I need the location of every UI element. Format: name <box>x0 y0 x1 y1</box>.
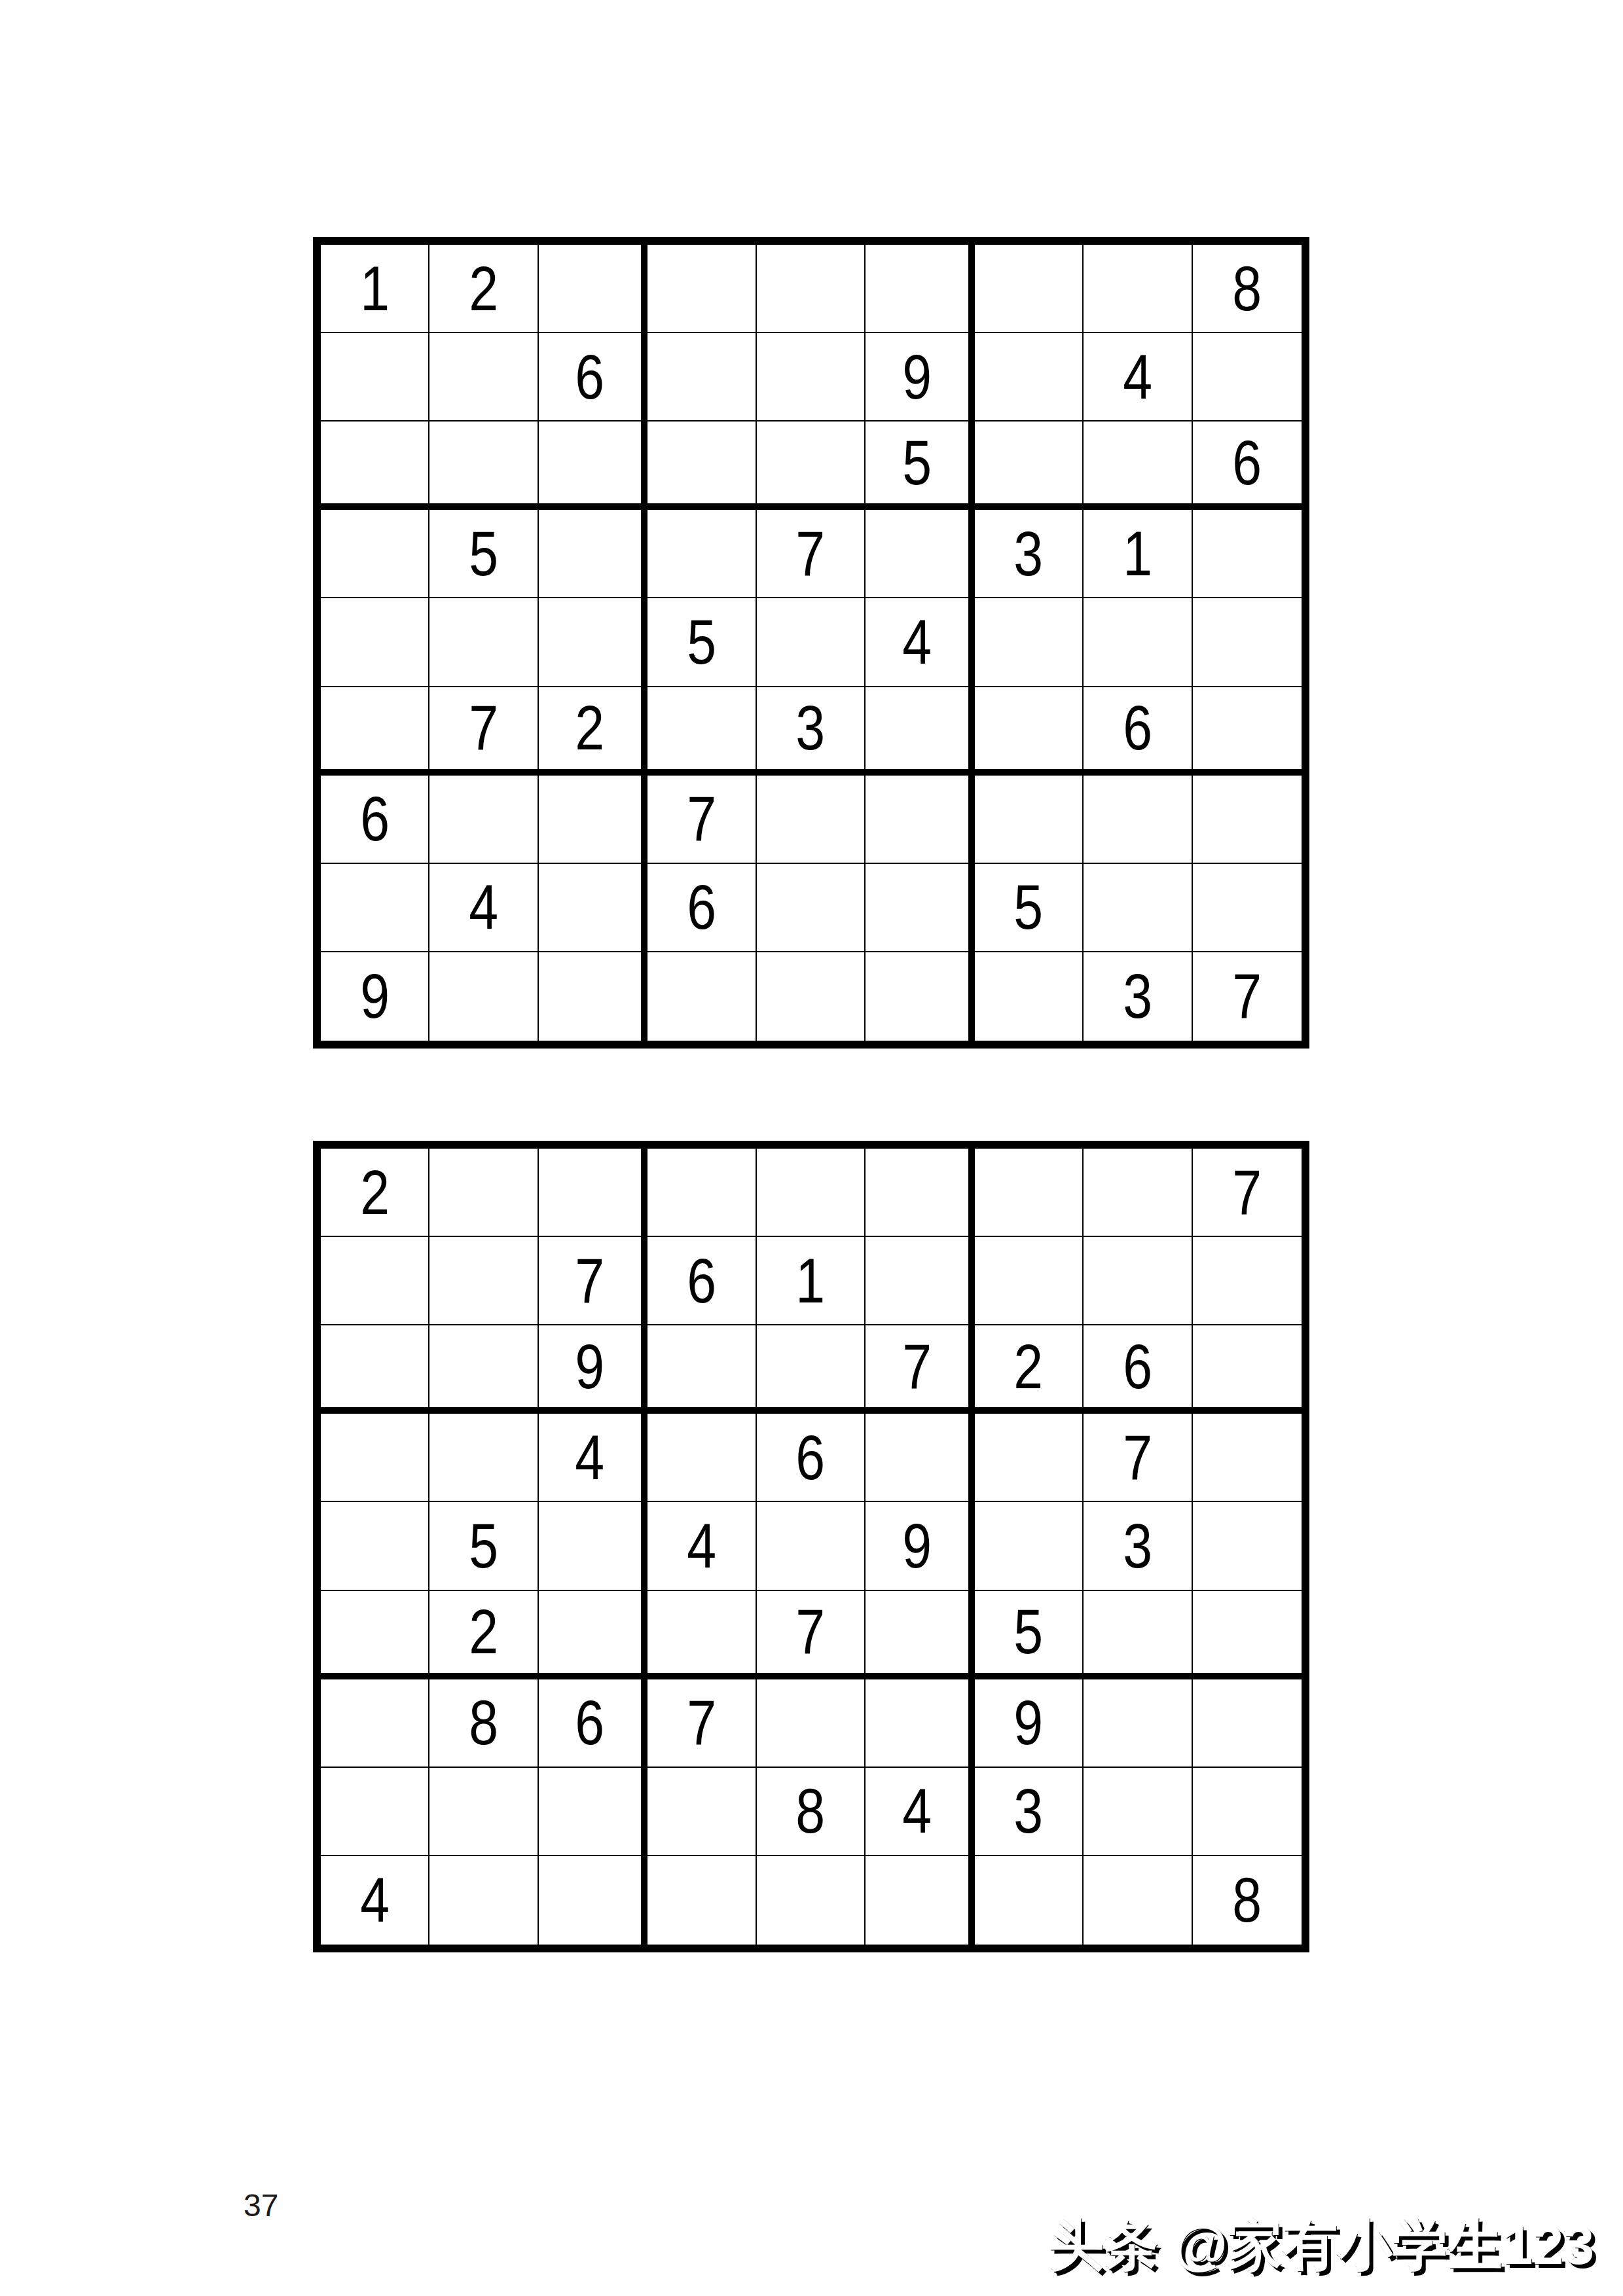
sudoku-cell-r7c9 <box>1193 1679 1302 1768</box>
given-digit: 7 <box>687 1691 716 1754</box>
sudoku-cell-r8c6 <box>866 864 974 952</box>
sudoku-cell-r6c2: 7 <box>429 687 538 776</box>
sudoku-cell-r1c6 <box>866 245 974 333</box>
given-digit: 2 <box>575 696 605 759</box>
sudoku-cell-r1c2 <box>429 1149 538 1237</box>
sudoku-cell-r4c5: 6 <box>757 1414 866 1502</box>
sudoku-cell-r1c9: 7 <box>1193 1149 1302 1237</box>
sudoku-cell-r5c3 <box>539 598 647 687</box>
sudoku-cell-r6c8: 6 <box>1084 687 1192 776</box>
sudoku-cell-r5c1 <box>321 598 429 687</box>
sudoku-cell-r6c7: 5 <box>975 1591 1084 1679</box>
sudoku-cell-r1c3 <box>539 245 647 333</box>
given-digit: 7 <box>687 787 716 850</box>
sudoku-cell-r2c6 <box>866 1237 974 1325</box>
watermark-text: 头条 @家有小学生123 <box>1049 2215 1594 2275</box>
sudoku-cell-r1c4 <box>647 1149 756 1237</box>
sudoku-cell-r7c5 <box>757 776 866 864</box>
given-digit: 6 <box>1123 1335 1152 1398</box>
sudoku-cell-r4c2 <box>429 1414 538 1502</box>
sudoku-cell-r3c7 <box>975 422 1084 510</box>
sudoku-cell-r3c7: 2 <box>975 1325 1084 1414</box>
sudoku-cell-r2c2 <box>429 333 538 422</box>
sudoku-cell-r1c6 <box>866 1149 974 1237</box>
sudoku-cell-r2c3: 6 <box>539 333 647 422</box>
sudoku-cell-r8c3 <box>539 864 647 952</box>
sudoku-cell-r4c7: 3 <box>975 510 1084 598</box>
sudoku-cell-r2c9 <box>1193 333 1302 422</box>
sudoku-cell-r4c1 <box>321 1414 429 1502</box>
sudoku-cell-r7c3: 6 <box>539 1679 647 1768</box>
sudoku-cell-r2c7 <box>975 1237 1084 1325</box>
given-digit: 5 <box>902 431 932 494</box>
sudoku-cell-r9c2 <box>429 1856 538 1945</box>
sudoku-cell-r4c2: 5 <box>429 510 538 598</box>
sudoku-cell-r6c9 <box>1193 687 1302 776</box>
sudoku-cell-r6c8 <box>1084 1591 1192 1679</box>
sudoku-cell-r9c7 <box>975 1856 1084 1945</box>
given-digit: 7 <box>1232 1161 1262 1224</box>
sudoku-cell-r7c5 <box>757 1679 866 1768</box>
given-digit: 8 <box>796 1780 826 1842</box>
sudoku-cell-r7c1: 6 <box>321 776 429 864</box>
given-digit: 8 <box>1232 1869 1262 1931</box>
sudoku-cell-r7c8 <box>1084 776 1192 864</box>
sudoku-cell-r1c7 <box>975 1149 1084 1237</box>
sudoku-cell-r2c6: 9 <box>866 333 974 422</box>
given-digit: 9 <box>902 346 932 408</box>
sudoku-cell-r6c5: 7 <box>757 1591 866 1679</box>
given-digit: 5 <box>687 611 716 673</box>
sudoku-cell-r5c8 <box>1084 598 1192 687</box>
sudoku-cell-r8c5 <box>757 864 866 952</box>
given-digit: 6 <box>575 1691 605 1754</box>
sudoku-cell-r3c5 <box>757 422 866 510</box>
sudoku-cell-r3c9: 6 <box>1193 422 1302 510</box>
given-digit: 1 <box>796 1249 826 1312</box>
sudoku-cell-r3c1 <box>321 1325 429 1414</box>
page-number: 37 <box>244 2187 278 2223</box>
sudoku-cell-r3c4 <box>647 422 756 510</box>
sudoku-cell-r3c3: 9 <box>539 1325 647 1414</box>
given-digit: 4 <box>360 1869 390 1931</box>
sudoku-cell-r1c4 <box>647 245 756 333</box>
sudoku-cell-r9c9: 7 <box>1193 952 1302 1041</box>
sudoku-cell-r9c2 <box>429 952 538 1041</box>
sudoku-cell-r3c4 <box>647 1325 756 1414</box>
sudoku-cell-r1c2: 2 <box>429 245 538 333</box>
sudoku-cell-r3c8 <box>1084 422 1192 510</box>
given-digit: 1 <box>360 257 390 320</box>
sudoku-cell-r8c6: 4 <box>866 1768 974 1856</box>
sudoku-cell-r8c4: 6 <box>647 864 756 952</box>
sudoku-cell-r2c1 <box>321 333 429 422</box>
sudoku-cell-r2c8: 4 <box>1084 333 1192 422</box>
sudoku-cell-r8c1 <box>321 1768 429 1856</box>
sudoku-cell-r2c3: 7 <box>539 1237 647 1325</box>
given-digit: 4 <box>687 1515 716 1577</box>
given-digit: 6 <box>360 787 390 850</box>
sudoku-cell-r1c5 <box>757 1149 866 1237</box>
sudoku-cell-r1c5 <box>757 245 866 333</box>
sudoku-cell-r8c5: 8 <box>757 1768 866 1856</box>
given-digit: 6 <box>687 876 716 939</box>
sudoku-cell-r9c8: 3 <box>1084 952 1192 1041</box>
sudoku-cell-r5c5 <box>757 598 866 687</box>
given-digit: 8 <box>469 1691 498 1754</box>
sudoku-cell-r4c4 <box>647 1414 756 1502</box>
sudoku-cell-r1c9: 8 <box>1193 245 1302 333</box>
sudoku-cell-r4c9 <box>1193 1414 1302 1502</box>
sudoku-cell-r4c7 <box>975 1414 1084 1502</box>
given-digit: 4 <box>1123 346 1152 408</box>
sudoku-cell-r6c3: 2 <box>539 687 647 776</box>
given-digit: 5 <box>1013 876 1043 939</box>
sudoku-cell-r6c6 <box>866 1591 974 1679</box>
given-digit: 6 <box>687 1249 716 1312</box>
sudoku-cell-r7c2: 8 <box>429 1679 538 1768</box>
given-digit: 4 <box>575 1426 605 1489</box>
sudoku-cell-r3c2 <box>429 1325 538 1414</box>
sudoku-cell-r8c9 <box>1193 864 1302 952</box>
given-digit: 3 <box>1123 965 1152 1028</box>
sudoku-cell-r9c5 <box>757 1856 866 1945</box>
sudoku-cell-r8c1 <box>321 864 429 952</box>
sudoku-cell-r5c2 <box>429 598 538 687</box>
given-digit: 3 <box>1013 522 1043 585</box>
sudoku-grid-bottom: 2776197264675493275867984348 <box>313 1141 1309 1952</box>
given-digit: 8 <box>1232 257 1262 320</box>
given-digit: 7 <box>575 1249 605 1312</box>
sudoku-cell-r7c7 <box>975 776 1084 864</box>
sudoku-cell-r3c6: 7 <box>866 1325 974 1414</box>
sudoku-cell-r6c7 <box>975 687 1084 776</box>
sudoku-cell-r1c7 <box>975 245 1084 333</box>
given-digit: 3 <box>1013 1780 1043 1842</box>
sudoku-cell-r6c4 <box>647 1591 756 1679</box>
sudoku-cell-r5c8: 3 <box>1084 1502 1192 1590</box>
given-digit: 9 <box>1013 1691 1043 1754</box>
sudoku-cell-r8c8 <box>1084 864 1192 952</box>
sudoku-cell-r8c4 <box>647 1768 756 1856</box>
sudoku-cell-r4c1 <box>321 510 429 598</box>
given-digit: 4 <box>902 1780 932 1842</box>
sudoku-cell-r5c7 <box>975 1502 1084 1590</box>
sudoku-cell-r4c9 <box>1193 510 1302 598</box>
sudoku-cell-r2c7 <box>975 333 1084 422</box>
sudoku-cell-r2c1 <box>321 1237 429 1325</box>
sudoku-cell-r1c3 <box>539 1149 647 1237</box>
given-digit: 7 <box>796 1600 826 1663</box>
sudoku-cell-r5c6: 4 <box>866 598 974 687</box>
sudoku-cell-r1c8 <box>1084 1149 1192 1237</box>
sudoku-cell-r6c5: 3 <box>757 687 866 776</box>
sudoku-cell-r7c6 <box>866 776 974 864</box>
sudoku-cell-r9c6 <box>866 952 974 1041</box>
sudoku-cell-r9c1: 4 <box>321 1856 429 1945</box>
sudoku-cell-r3c2 <box>429 422 538 510</box>
given-digit: 2 <box>469 257 498 320</box>
given-digit: 5 <box>469 1515 498 1577</box>
given-digit: 5 <box>1013 1600 1043 1663</box>
sudoku-cell-r7c8 <box>1084 1679 1192 1768</box>
sudoku-cell-r9c1: 9 <box>321 952 429 1041</box>
sudoku-cell-r9c6 <box>866 1856 974 1945</box>
given-digit: 9 <box>902 1515 932 1577</box>
sudoku-cell-r9c4 <box>647 1856 756 1945</box>
sudoku-cell-r1c1: 2 <box>321 1149 429 1237</box>
sudoku-cell-r5c4: 4 <box>647 1502 756 1590</box>
sudoku-cell-r4c8: 7 <box>1084 1414 1192 1502</box>
sudoku-cell-r5c1 <box>321 1502 429 1590</box>
sudoku-cell-r2c5 <box>757 333 866 422</box>
sudoku-cell-r7c3 <box>539 776 647 864</box>
sudoku-cell-r9c3 <box>539 952 647 1041</box>
sudoku-cell-r9c7 <box>975 952 1084 1041</box>
given-digit: 9 <box>575 1335 605 1398</box>
sudoku-cell-r6c6 <box>866 687 974 776</box>
sudoku-cell-r8c8 <box>1084 1768 1192 1856</box>
given-digit: 7 <box>796 522 826 585</box>
sudoku-cell-r4c3: 4 <box>539 1414 647 1502</box>
sudoku-grid-top: 12869456573154723667465937 <box>313 237 1309 1049</box>
sudoku-cell-r3c8: 6 <box>1084 1325 1192 1414</box>
sudoku-cell-r7c4: 7 <box>647 1679 756 1768</box>
sudoku-cell-r1c1: 1 <box>321 245 429 333</box>
sudoku-cell-r9c9: 8 <box>1193 1856 1302 1945</box>
given-digit: 9 <box>360 965 390 1028</box>
given-digit: 3 <box>796 696 826 759</box>
sudoku-cell-r8c2: 4 <box>429 864 538 952</box>
sudoku-cell-r4c4 <box>647 510 756 598</box>
sudoku-cell-r1c8 <box>1084 245 1192 333</box>
sudoku-cell-r6c1 <box>321 1591 429 1679</box>
sudoku-cell-r5c7 <box>975 598 1084 687</box>
sudoku-cell-r7c7: 9 <box>975 1679 1084 1768</box>
sudoku-cell-r2c4: 6 <box>647 1237 756 1325</box>
sudoku-cell-r2c9 <box>1193 1237 1302 1325</box>
sudoku-cell-r4c6 <box>866 1414 974 1502</box>
sudoku-cell-r7c9 <box>1193 776 1302 864</box>
given-digit: 3 <box>1123 1515 1152 1577</box>
given-digit: 1 <box>1123 522 1152 585</box>
sudoku-cell-r9c5 <box>757 952 866 1041</box>
sudoku-cell-r2c8 <box>1084 1237 1192 1325</box>
sudoku-cell-r2c2 <box>429 1237 538 1325</box>
sudoku-cell-r3c9 <box>1193 1325 1302 1414</box>
given-digit: 6 <box>1123 696 1152 759</box>
sudoku-cell-r3c3 <box>539 422 647 510</box>
given-digit: 5 <box>469 522 498 585</box>
sudoku-cell-r8c7: 3 <box>975 1768 1084 1856</box>
given-digit: 2 <box>1013 1335 1043 1398</box>
sudoku-cell-r3c6: 5 <box>866 422 974 510</box>
sudoku-cell-r5c9 <box>1193 598 1302 687</box>
given-digit: 6 <box>575 346 605 408</box>
given-digit: 2 <box>469 1600 498 1663</box>
given-digit: 4 <box>469 876 498 939</box>
sudoku-cell-r2c4 <box>647 333 756 422</box>
sudoku-cell-r2c5: 1 <box>757 1237 866 1325</box>
sudoku-cell-r8c2 <box>429 1768 538 1856</box>
sudoku-cell-r8c3 <box>539 1768 647 1856</box>
given-digit: 2 <box>360 1161 390 1224</box>
sudoku-cell-r9c8 <box>1084 1856 1192 1945</box>
sudoku-cell-r4c6 <box>866 510 974 598</box>
given-digit: 4 <box>902 611 932 673</box>
sudoku-cell-r3c1 <box>321 422 429 510</box>
sudoku-cell-r7c2 <box>429 776 538 864</box>
sudoku-cell-r7c1 <box>321 1679 429 1768</box>
sudoku-cell-r4c3 <box>539 510 647 598</box>
sudoku-cell-r6c2: 2 <box>429 1591 538 1679</box>
given-digit: 7 <box>469 696 498 759</box>
sudoku-cell-r6c3 <box>539 1591 647 1679</box>
sudoku-cell-r6c4 <box>647 687 756 776</box>
sudoku-cell-r6c9 <box>1193 1591 1302 1679</box>
sudoku-cell-r9c4 <box>647 952 756 1041</box>
sudoku-cell-r5c6: 9 <box>866 1502 974 1590</box>
sudoku-cell-r5c2: 5 <box>429 1502 538 1590</box>
sudoku-cell-r5c3 <box>539 1502 647 1590</box>
sudoku-cell-r4c8: 1 <box>1084 510 1192 598</box>
sudoku-cell-r4c5: 7 <box>757 510 866 598</box>
sudoku-cell-r7c4: 7 <box>647 776 756 864</box>
given-digit: 6 <box>1232 431 1262 494</box>
sudoku-cell-r7c6 <box>866 1679 974 1768</box>
given-digit: 7 <box>1123 1426 1152 1489</box>
sudoku-cell-r6c1 <box>321 687 429 776</box>
sudoku-cell-r5c4: 5 <box>647 598 756 687</box>
given-digit: 7 <box>902 1335 932 1398</box>
sudoku-cell-r5c5 <box>757 1502 866 1590</box>
sudoku-cell-r3c5 <box>757 1325 866 1414</box>
sudoku-cell-r8c7: 5 <box>975 864 1084 952</box>
sudoku-cell-r9c3 <box>539 1856 647 1945</box>
worksheet-page: 12869456573154723667465937 2776197264675… <box>0 0 1623 2296</box>
given-digit: 7 <box>1232 965 1262 1028</box>
sudoku-cell-r8c9 <box>1193 1768 1302 1856</box>
sudoku-cell-r5c9 <box>1193 1502 1302 1590</box>
given-digit: 6 <box>796 1426 826 1489</box>
